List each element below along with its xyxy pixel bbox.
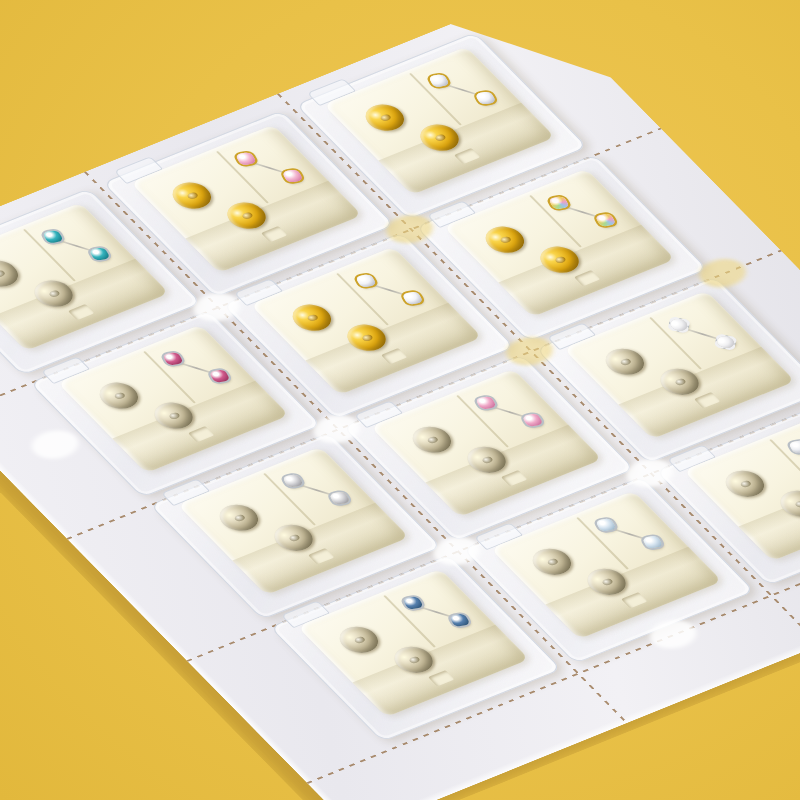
clutch-back-ball <box>533 242 586 277</box>
tray-slot <box>381 348 408 364</box>
tray-slot <box>574 270 601 286</box>
tray-slot <box>188 426 215 442</box>
stud-gem <box>402 291 424 305</box>
stud-tray <box>130 125 362 273</box>
stud-gem <box>449 613 471 627</box>
clutch-back-ball <box>332 622 385 657</box>
blister-card <box>0 0 800 800</box>
tray-slot <box>428 670 455 686</box>
tray-slot <box>501 470 528 486</box>
clutch-back-ball <box>165 178 218 213</box>
tray-slot <box>308 548 335 564</box>
stud-gem <box>475 91 497 105</box>
stud-earring <box>641 534 664 550</box>
clutch-back-ball <box>340 320 393 355</box>
clutch-back-ball <box>580 564 633 599</box>
stud-earring <box>521 412 544 428</box>
stud-tray <box>323 47 555 195</box>
stud-gem <box>714 334 737 350</box>
clutch-back-ball <box>387 642 440 677</box>
stud-earring <box>474 90 497 106</box>
clutch-back-ball <box>147 398 200 433</box>
clutch-back-ball <box>653 364 706 399</box>
stud-earring <box>401 290 424 306</box>
clutch-back-ball <box>27 276 80 311</box>
clutch-back-ball <box>773 486 800 521</box>
stud-earring <box>88 246 111 262</box>
clutch-back-ball <box>525 544 578 579</box>
clutch-back-ball <box>0 256 26 291</box>
stud-earring <box>281 168 304 184</box>
tray-slot <box>694 392 721 408</box>
stud-gem <box>595 213 617 227</box>
clutch-back-ball <box>478 222 531 257</box>
clutch-back-ball <box>405 422 458 457</box>
stud-earring <box>594 212 617 228</box>
stud-gem <box>642 535 664 549</box>
clutch-back-ball <box>285 300 338 335</box>
stud-earring <box>787 439 800 455</box>
clutch-back-ball <box>267 520 320 555</box>
stud-gem <box>522 413 544 427</box>
stud-gem <box>282 169 304 183</box>
stud-earring <box>328 490 351 506</box>
clutch-back-ball <box>358 100 411 135</box>
photo-background <box>0 0 800 800</box>
tray-slot <box>68 304 95 320</box>
clutch-back-ball <box>212 500 265 535</box>
tray-slot <box>454 148 481 164</box>
tray-slot <box>261 226 288 242</box>
clutch-back-ball <box>718 466 771 501</box>
stud-gem <box>329 491 351 505</box>
clutch-back-ball <box>220 198 273 233</box>
clutch-back-ball <box>460 442 513 477</box>
stud-earring <box>714 334 737 350</box>
stud-earring <box>448 612 471 628</box>
stud-gem <box>89 247 111 261</box>
stud-gem <box>788 440 800 454</box>
stud-earring <box>208 368 231 384</box>
clutch-back-ball <box>598 344 651 379</box>
stud-gem <box>209 369 231 383</box>
clutch-back-ball <box>92 378 145 413</box>
clutch-back-ball <box>413 120 466 155</box>
tray-slot <box>621 592 648 608</box>
